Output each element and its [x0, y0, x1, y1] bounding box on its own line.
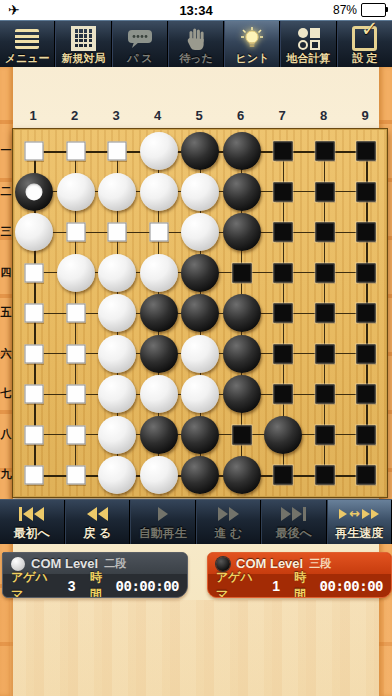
black-stone[interactable]	[181, 132, 219, 170]
black-stone[interactable]	[223, 173, 261, 211]
black-territory-marker[interactable]	[315, 344, 334, 363]
column-label: 3	[106, 108, 126, 123]
white-stone[interactable]	[57, 254, 95, 292]
black-stone[interactable]	[223, 132, 261, 170]
black-territory-marker[interactable]	[315, 425, 334, 444]
white-stone[interactable]	[98, 375, 136, 413]
hand-icon	[185, 25, 207, 52]
white-stone[interactable]	[98, 416, 136, 454]
new-game-button[interactable]: 新規対局	[55, 21, 111, 67]
black-stone[interactable]	[140, 335, 178, 373]
white-time-label: 時間	[90, 569, 111, 599]
black-territory-marker[interactable]	[357, 304, 376, 323]
checkbox-check-icon: ✓	[352, 26, 377, 51]
playback-toolbar: 最初へ 戻 る 自動再生 進 む 最後へ ↔ 再生速度	[0, 499, 392, 544]
white-stone[interactable]	[57, 173, 95, 211]
white-territory-marker[interactable]	[149, 223, 168, 242]
white-territory-marker[interactable]	[25, 142, 44, 161]
white-territory-marker[interactable]	[66, 142, 85, 161]
white-territory-marker[interactable]	[66, 223, 85, 242]
speech-bubble-icon	[127, 25, 153, 52]
column-label: 8	[314, 108, 334, 123]
lightbulb-icon	[239, 25, 265, 52]
black-territory-marker[interactable]	[357, 425, 376, 444]
black-stone[interactable]	[223, 213, 261, 251]
white-stone[interactable]	[181, 335, 219, 373]
play-icon	[158, 503, 168, 525]
black-territory-marker[interactable]	[357, 344, 376, 363]
column-label: 5	[189, 108, 209, 123]
go-to-first-button[interactable]: 最初へ	[0, 500, 65, 544]
stones-count-icon	[298, 28, 320, 50]
white-stone[interactable]	[181, 213, 219, 251]
black-stone[interactable]	[223, 294, 261, 332]
black-stone[interactable]	[181, 254, 219, 292]
go-to-last-button[interactable]: 最後へ	[261, 500, 327, 544]
column-label: 6	[231, 108, 251, 123]
white-territory-marker[interactable]	[25, 466, 44, 485]
white-stone[interactable]	[140, 173, 178, 211]
hamburger-icon	[15, 29, 39, 49]
black-territory-marker[interactable]	[274, 344, 293, 363]
battery-percent: 87%	[333, 3, 357, 17]
settings-button[interactable]: ✓ 設 定	[337, 21, 392, 67]
black-territory-marker[interactable]	[274, 263, 293, 282]
black-territory-marker[interactable]	[274, 466, 293, 485]
playback-speed-icon: ↔	[339, 503, 379, 525]
territory-count-button[interactable]: 地合計算	[280, 21, 336, 67]
black-territory-marker[interactable]	[315, 304, 334, 323]
rewind-icon	[87, 503, 108, 525]
column-label: 1	[23, 108, 43, 123]
white-stone[interactable]	[140, 375, 178, 413]
row-label: 三	[0, 224, 12, 239]
white-agehama-value: 3	[59, 578, 85, 594]
black-territory-marker[interactable]	[232, 263, 251, 282]
column-label: 7	[272, 108, 292, 123]
row-label: 七	[0, 386, 12, 401]
black-territory-marker[interactable]	[274, 304, 293, 323]
bamboo-background-bottom	[0, 600, 392, 696]
row-label: 二	[0, 184, 12, 199]
row-label: 四	[0, 265, 12, 280]
black-territory-marker[interactable]	[357, 385, 376, 404]
column-label: 2	[65, 108, 85, 123]
white-territory-marker[interactable]	[25, 263, 44, 282]
black-stone[interactable]	[181, 294, 219, 332]
board-grid-icon	[71, 26, 96, 51]
black-agehama-label: アゲハマ	[216, 569, 258, 599]
black-stone[interactable]	[181, 416, 219, 454]
black-territory-marker[interactable]	[315, 466, 334, 485]
white-territory-marker[interactable]	[25, 425, 44, 444]
black-stone[interactable]	[223, 375, 261, 413]
status-bar: ✈ 13:34 87%	[0, 0, 392, 20]
white-territory-marker[interactable]	[66, 385, 85, 404]
black-territory-marker[interactable]	[357, 263, 376, 282]
row-label: 五	[0, 305, 12, 320]
column-label: 4	[148, 108, 168, 123]
skip-to-end-icon	[281, 503, 306, 525]
black-territory-marker[interactable]	[357, 142, 376, 161]
black-time-value: 00:00:00	[320, 578, 383, 594]
white-stone[interactable]	[98, 294, 136, 332]
menu-button[interactable]: メニュー	[0, 21, 55, 67]
skip-to-start-icon	[19, 503, 44, 525]
white-territory-marker[interactable]	[66, 466, 85, 485]
row-label: 八	[0, 427, 12, 442]
black-stone[interactable]	[140, 416, 178, 454]
white-territory-marker[interactable]	[66, 344, 85, 363]
pass-button[interactable]: パ ス	[112, 21, 168, 67]
black-territory-marker[interactable]	[315, 142, 334, 161]
undo-button[interactable]: 待った	[168, 21, 224, 67]
black-agehama-value: 1	[263, 578, 289, 594]
white-stone[interactable]	[140, 132, 178, 170]
row-label: 六	[0, 346, 12, 361]
white-stone[interactable]	[98, 335, 136, 373]
go-board[interactable]	[12, 128, 388, 498]
black-stone[interactable]	[181, 456, 219, 494]
app-screen: ✈ 13:34 87% メニュー 新規対局 パ ス 待った	[0, 0, 392, 696]
step-forward-button[interactable]: 進 む	[196, 500, 262, 544]
playback-speed-button[interactable]: ↔ 再生速度	[327, 500, 392, 544]
black-territory-marker[interactable]	[357, 223, 376, 242]
black-stone[interactable]	[223, 456, 261, 494]
white-territory-marker[interactable]	[25, 385, 44, 404]
fast-forward-icon	[218, 503, 239, 525]
black-time-label: 時間	[294, 569, 315, 599]
step-back-button[interactable]: 戻 る	[65, 500, 131, 544]
white-stone[interactable]	[181, 173, 219, 211]
white-stone[interactable]	[98, 173, 136, 211]
black-territory-marker[interactable]	[315, 385, 334, 404]
black-stone[interactable]	[140, 294, 178, 332]
hint-button[interactable]: ヒント	[224, 21, 280, 67]
black-player-panel: COM Level 三段 アゲハマ 1 時間 00:00:00	[207, 552, 392, 598]
white-territory-marker[interactable]	[25, 304, 44, 323]
black-stone[interactable]	[264, 416, 302, 454]
white-stone[interactable]	[181, 375, 219, 413]
black-stone[interactable]	[223, 335, 261, 373]
row-label: 九	[0, 467, 12, 482]
white-territory-marker[interactable]	[108, 223, 127, 242]
black-territory-marker[interactable]	[274, 142, 293, 161]
white-player-panel: COM Level 二段 アゲハマ 3 時間 00:00:00	[2, 552, 188, 598]
black-stone[interactable]	[15, 173, 53, 211]
black-territory-marker[interactable]	[315, 263, 334, 282]
black-territory-marker[interactable]	[315, 182, 334, 201]
white-stone[interactable]	[15, 213, 53, 251]
white-time-value: 00:00:00	[116, 578, 179, 594]
black-territory-marker[interactable]	[274, 182, 293, 201]
white-territory-marker[interactable]	[66, 304, 85, 323]
white-territory-marker[interactable]	[25, 344, 44, 363]
white-stone[interactable]	[140, 456, 178, 494]
white-stone[interactable]	[98, 456, 136, 494]
black-territory-marker[interactable]	[357, 466, 376, 485]
white-agehama-label: アゲハマ	[11, 569, 54, 599]
black-territory-marker[interactable]	[274, 223, 293, 242]
row-label: 一	[0, 143, 12, 158]
black-territory-marker[interactable]	[274, 385, 293, 404]
black-territory-marker[interactable]	[232, 425, 251, 444]
top-toolbar: メニュー 新規対局 パ ス 待った ヒント 地合計算	[0, 20, 392, 67]
black-territory-marker[interactable]	[357, 182, 376, 201]
white-circle-marker	[26, 183, 43, 200]
white-stone[interactable]	[98, 254, 136, 292]
autoplay-button[interactable]: 自動再生	[130, 500, 196, 544]
battery-icon	[361, 3, 386, 17]
white-stone[interactable]	[140, 254, 178, 292]
column-label: 9	[355, 108, 375, 123]
white-territory-marker[interactable]	[66, 425, 85, 444]
white-territory-marker[interactable]	[108, 142, 127, 161]
black-territory-marker[interactable]	[315, 223, 334, 242]
